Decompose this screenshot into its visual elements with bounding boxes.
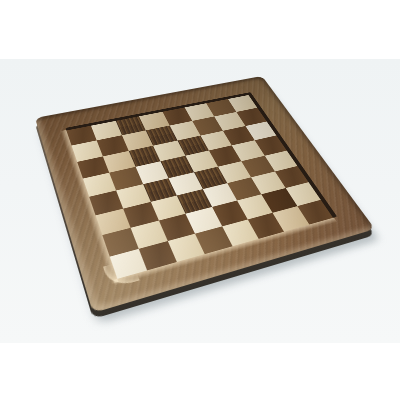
product-photo	[0, 0, 400, 400]
